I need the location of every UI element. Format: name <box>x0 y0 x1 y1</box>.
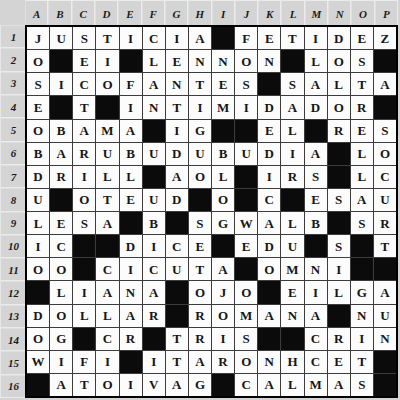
cell-I9[interactable]: G <box>212 212 234 234</box>
cell-A8[interactable]: U <box>27 189 49 211</box>
cell-H13[interactable]: R <box>189 305 211 327</box>
cell-P12[interactable]: A <box>374 281 396 303</box>
cell-M15[interactable]: C <box>305 351 327 373</box>
cell-B4 <box>50 96 72 118</box>
cell-G9 <box>166 212 188 234</box>
cell-G2[interactable]: E <box>166 50 188 72</box>
cell-K13[interactable]: A <box>258 305 280 327</box>
cell-O13[interactable]: N <box>351 305 373 327</box>
column-labels: ABCDEFGHIJKLMNOP <box>25 0 398 26</box>
cell-E12[interactable]: N <box>120 281 142 303</box>
cell-C1[interactable]: S <box>73 27 95 49</box>
cell-I16 <box>212 374 234 396</box>
cell-H15[interactable]: A <box>189 351 211 373</box>
column-label-H: H <box>188 1 211 26</box>
cell-H10[interactable]: E <box>189 235 211 257</box>
cell-I15[interactable]: R <box>212 351 234 373</box>
cell-B16[interactable]: A <box>50 374 72 396</box>
cell-O12[interactable]: G <box>351 281 373 303</box>
cell-O15[interactable]: T <box>351 351 373 373</box>
cell-B8 <box>50 189 72 211</box>
cell-P11 <box>374 258 396 280</box>
column-label-L: L <box>281 1 304 26</box>
cell-J9[interactable]: W <box>235 212 257 234</box>
cell-G6[interactable]: D <box>166 143 188 165</box>
cell-M14[interactable]: C <box>305 328 327 350</box>
cell-P15 <box>374 351 396 373</box>
cell-O2[interactable]: S <box>351 50 373 72</box>
cell-I2[interactable]: N <box>212 50 234 72</box>
cell-F2[interactable]: L <box>143 50 165 72</box>
cell-E7[interactable]: L <box>120 166 142 188</box>
cell-H16[interactable]: G <box>189 374 211 396</box>
cell-K8[interactable]: C <box>258 189 280 211</box>
cell-M13[interactable]: A <box>305 305 327 327</box>
column-label-I: I <box>212 1 235 26</box>
cell-B14[interactable]: G <box>50 328 72 350</box>
cell-E14[interactable]: R <box>120 328 142 350</box>
cell-A16 <box>27 374 49 396</box>
cell-G11[interactable]: U <box>166 258 188 280</box>
column-label-J: J <box>235 1 258 26</box>
cell-M2[interactable]: L <box>305 50 327 72</box>
cell-B9[interactable]: E <box>50 212 72 234</box>
cell-F14 <box>143 328 165 350</box>
column-label-M: M <box>305 1 328 26</box>
cell-M12[interactable]: I <box>305 281 327 303</box>
cell-F1[interactable]: C <box>143 27 165 49</box>
cell-M9[interactable]: B <box>305 212 327 234</box>
cell-A1[interactable]: J <box>27 27 49 49</box>
cell-F13[interactable]: R <box>143 305 165 327</box>
cell-E16[interactable]: I <box>120 374 142 396</box>
cell-L2 <box>281 50 303 72</box>
cell-D4 <box>96 96 118 118</box>
cell-L11[interactable]: M <box>281 258 303 280</box>
cell-F7 <box>143 166 165 188</box>
cell-K16[interactable]: A <box>258 374 280 396</box>
cell-L6[interactable]: I <box>281 143 303 165</box>
cell-M7[interactable]: S <box>305 166 327 188</box>
cell-O5[interactable]: E <box>351 120 373 142</box>
cell-O6[interactable]: L <box>351 143 373 165</box>
cell-L3[interactable]: S <box>281 73 303 95</box>
cell-A15[interactable]: W <box>27 351 49 373</box>
cell-I4[interactable]: M <box>212 96 234 118</box>
cell-H5[interactable]: G <box>189 120 211 142</box>
cell-J14[interactable]: S <box>235 328 257 350</box>
cell-F15[interactable]: I <box>143 351 165 373</box>
cell-E15 <box>120 351 142 373</box>
cell-B10[interactable]: C <box>50 235 72 257</box>
cell-D12[interactable]: A <box>96 281 118 303</box>
cell-B2 <box>50 50 72 72</box>
cell-J15[interactable]: O <box>235 351 257 373</box>
cell-I12[interactable]: J <box>212 281 234 303</box>
cell-C10 <box>73 235 95 257</box>
cell-A11[interactable]: O <box>27 258 49 280</box>
cell-H9[interactable]: S <box>189 212 211 234</box>
cell-N2[interactable]: O <box>328 50 350 72</box>
column-label-F: F <box>142 1 165 26</box>
cell-N12[interactable]: L <box>328 281 350 303</box>
cell-D9[interactable]: A <box>96 212 118 234</box>
crossword-page: ABCDEFGHIJKLMNOP 12345678910111213141516… <box>0 0 400 400</box>
column-label-G: G <box>165 1 188 26</box>
cell-H11[interactable]: T <box>189 258 211 280</box>
cell-F5 <box>143 120 165 142</box>
cell-K2[interactable]: N <box>258 50 280 72</box>
cell-C5[interactable]: A <box>73 120 95 142</box>
cell-K14 <box>258 328 280 350</box>
cell-L13[interactable]: N <box>281 305 303 327</box>
cell-B5[interactable]: B <box>50 120 72 142</box>
cell-P16 <box>374 374 396 396</box>
column-label-E: E <box>118 1 141 26</box>
cell-N11[interactable]: I <box>328 258 350 280</box>
cell-G12 <box>166 281 188 303</box>
cell-N16[interactable]: A <box>328 374 350 396</box>
cell-J13[interactable]: M <box>235 305 257 327</box>
cell-M4[interactable]: D <box>305 96 327 118</box>
cell-J3[interactable]: S <box>235 73 257 95</box>
cell-H6[interactable]: U <box>189 143 211 165</box>
row-label-7: 7 <box>1 165 26 188</box>
cell-G3[interactable]: N <box>166 73 188 95</box>
cell-D2[interactable]: I <box>96 50 118 72</box>
row-label-12: 12 <box>1 281 26 304</box>
cell-L5[interactable]: L <box>281 120 303 142</box>
cell-K9[interactable]: A <box>258 212 280 234</box>
cell-A13[interactable]: D <box>27 305 49 327</box>
cell-I10 <box>212 235 234 257</box>
cell-N6 <box>328 143 350 165</box>
cell-F11[interactable]: C <box>143 258 165 280</box>
cell-O11 <box>351 258 373 280</box>
row-labels: 12345678910111213141516 <box>0 25 26 398</box>
cell-D8[interactable]: T <box>96 189 118 211</box>
cell-P6[interactable]: O <box>374 143 396 165</box>
row-label-8: 8 <box>1 188 26 211</box>
cell-B7[interactable]: R <box>50 166 72 188</box>
cell-L15[interactable]: H <box>281 351 303 373</box>
cell-N5[interactable]: R <box>328 120 350 142</box>
cell-J2[interactable]: O <box>235 50 257 72</box>
cell-J6[interactable]: U <box>235 143 257 165</box>
cell-C2[interactable]: E <box>73 50 95 72</box>
cell-F10[interactable]: I <box>143 235 165 257</box>
row-label-6: 6 <box>1 142 26 165</box>
cell-O7[interactable]: L <box>351 166 373 188</box>
cell-C4[interactable]: T <box>73 96 95 118</box>
column-label-K: K <box>258 1 281 26</box>
cell-E4[interactable]: I <box>120 96 142 118</box>
cell-L4[interactable]: A <box>281 96 303 118</box>
cell-B11[interactable]: O <box>50 258 72 280</box>
cell-L16[interactable]: L <box>281 374 303 396</box>
cell-L12[interactable]: E <box>281 281 303 303</box>
cell-B6[interactable]: A <box>50 143 72 165</box>
cell-A12 <box>27 281 49 303</box>
cell-N1[interactable]: D <box>328 27 350 49</box>
cell-M6[interactable]: A <box>305 143 327 165</box>
cell-I8[interactable]: O <box>212 189 234 211</box>
cell-P9[interactable]: R <box>374 212 396 234</box>
cell-N9 <box>328 212 350 234</box>
column-label-N: N <box>328 1 351 26</box>
cell-P8[interactable]: U <box>374 189 396 211</box>
cell-C8[interactable]: O <box>73 189 95 211</box>
cell-M11[interactable]: N <box>305 258 327 280</box>
cell-E5[interactable]: A <box>120 120 142 142</box>
cell-J16[interactable]: C <box>235 374 257 396</box>
cell-G15[interactable]: T <box>166 351 188 373</box>
row-label-3: 3 <box>1 72 26 95</box>
cell-I11[interactable]: A <box>212 258 234 280</box>
cell-D15[interactable]: I <box>96 351 118 373</box>
cell-P2 <box>374 50 396 72</box>
cell-A10[interactable]: I <box>27 235 49 257</box>
cell-F4[interactable]: N <box>143 96 165 118</box>
cell-H4[interactable]: I <box>189 96 211 118</box>
cell-C6[interactable]: R <box>73 143 95 165</box>
cell-I13[interactable]: O <box>212 305 234 327</box>
cell-N14[interactable]: R <box>328 328 350 350</box>
cell-P10[interactable]: T <box>374 235 396 257</box>
cell-P5[interactable]: S <box>374 120 396 142</box>
cell-G10[interactable]: C <box>166 235 188 257</box>
cell-P4 <box>374 96 396 118</box>
cell-I7[interactable]: L <box>212 166 234 188</box>
cell-I3[interactable]: E <box>212 73 234 95</box>
cell-D14[interactable]: C <box>96 328 118 350</box>
cell-J1[interactable]: F <box>235 27 257 49</box>
cell-K10[interactable]: D <box>258 235 280 257</box>
row-label-11: 11 <box>1 258 26 281</box>
row-label-5: 5 <box>1 118 26 141</box>
cell-G13 <box>166 305 188 327</box>
cell-K6[interactable]: D <box>258 143 280 165</box>
cell-O10 <box>351 235 373 257</box>
cell-D1[interactable]: T <box>96 27 118 49</box>
row-label-9: 9 <box>1 212 26 235</box>
row-label-2: 2 <box>1 48 26 71</box>
cell-A14[interactable]: O <box>27 328 49 350</box>
cell-C15[interactable]: F <box>73 351 95 373</box>
cell-L14 <box>281 328 303 350</box>
cell-D13[interactable]: L <box>96 305 118 327</box>
cell-I5 <box>212 120 234 142</box>
cell-C3[interactable]: C <box>73 73 95 95</box>
cell-K11[interactable]: O <box>258 258 280 280</box>
cell-F8[interactable]: U <box>143 189 165 211</box>
cell-B1[interactable]: U <box>50 27 72 49</box>
cell-O9[interactable]: S <box>351 212 373 234</box>
cell-O8[interactable]: A <box>351 189 373 211</box>
cell-L9[interactable]: L <box>281 212 303 234</box>
cell-J11 <box>235 258 257 280</box>
cell-B12[interactable]: L <box>50 281 72 303</box>
column-label-B: B <box>48 1 71 26</box>
cell-P7[interactable]: C <box>374 166 396 188</box>
cell-O16[interactable]: S <box>351 374 373 396</box>
cell-M8[interactable]: E <box>305 189 327 211</box>
cell-E8[interactable]: E <box>120 189 142 211</box>
cell-K3 <box>258 73 280 95</box>
cell-A3[interactable]: S <box>27 73 49 95</box>
cell-M5 <box>305 120 327 142</box>
cell-C16[interactable]: T <box>73 374 95 396</box>
cell-J5 <box>235 120 257 142</box>
cell-A7[interactable]: D <box>27 166 49 188</box>
cell-D10 <box>96 235 118 257</box>
cell-D3[interactable]: O <box>96 73 118 95</box>
cell-F3[interactable]: A <box>143 73 165 95</box>
cell-F6[interactable]: U <box>143 143 165 165</box>
cell-D11[interactable]: C <box>96 258 118 280</box>
cell-I6[interactable]: B <box>212 143 234 165</box>
cell-K5[interactable]: E <box>258 120 280 142</box>
cell-C14 <box>73 328 95 350</box>
cell-H14[interactable]: R <box>189 328 211 350</box>
cell-O14[interactable]: I <box>351 328 373 350</box>
cell-C12[interactable]: I <box>73 281 95 303</box>
cell-G7[interactable]: A <box>166 166 188 188</box>
cell-P3[interactable]: A <box>374 73 396 95</box>
row-label-13: 13 <box>1 305 26 328</box>
cell-N15[interactable]: E <box>328 351 350 373</box>
cell-C13[interactable]: L <box>73 305 95 327</box>
cell-C11 <box>73 258 95 280</box>
row-label-16: 16 <box>1 375 26 398</box>
cell-O4[interactable]: R <box>351 96 373 118</box>
cell-N7 <box>328 166 350 188</box>
column-label-O: O <box>351 1 374 26</box>
column-label-A: A <box>25 1 48 26</box>
cell-M16[interactable]: M <box>305 374 327 396</box>
cell-G4[interactable]: T <box>166 96 188 118</box>
cell-J12[interactable]: O <box>235 281 257 303</box>
column-label-D: D <box>95 1 118 26</box>
cell-H12[interactable]: O <box>189 281 211 303</box>
crossword-board: JUSTICIAFETIDEZOEILENNONLOSSICOFANTESSAL… <box>25 25 398 398</box>
cell-G14[interactable]: T <box>166 328 188 350</box>
cell-N8[interactable]: S <box>328 189 350 211</box>
column-label-P: P <box>375 1 398 26</box>
cell-J4[interactable]: I <box>235 96 257 118</box>
cell-A4[interactable]: E <box>27 96 49 118</box>
cell-B3[interactable]: I <box>50 73 72 95</box>
cell-E3[interactable]: F <box>120 73 142 95</box>
cell-J8 <box>235 189 257 211</box>
cell-D5[interactable]: M <box>96 120 118 142</box>
cell-H7[interactable]: O <box>189 166 211 188</box>
row-label-1: 1 <box>1 25 26 48</box>
cell-I14[interactable]: I <box>212 328 234 350</box>
cell-P1[interactable]: Z <box>374 27 396 49</box>
cell-I1 <box>212 27 234 49</box>
cell-F9[interactable]: B <box>143 212 165 234</box>
cell-K7[interactable]: I <box>258 166 280 188</box>
cell-P14[interactable]: N <box>374 328 396 350</box>
cell-D6[interactable]: U <box>96 143 118 165</box>
cell-E1[interactable]: I <box>120 27 142 49</box>
cell-M1[interactable]: I <box>305 27 327 49</box>
cell-G8[interactable]: D <box>166 189 188 211</box>
cell-N13 <box>328 305 350 327</box>
cell-E10[interactable]: D <box>120 235 142 257</box>
cell-E6[interactable]: B <box>120 143 142 165</box>
row-label-14: 14 <box>1 328 26 351</box>
cell-A5[interactable]: O <box>27 120 49 142</box>
cell-N4[interactable]: O <box>328 96 350 118</box>
cell-L7[interactable]: R <box>281 166 303 188</box>
cell-C9[interactable]: S <box>73 212 95 234</box>
cell-E9 <box>120 212 142 234</box>
cell-A2[interactable]: O <box>27 50 49 72</box>
cell-J7 <box>235 166 257 188</box>
cell-B15[interactable]: I <box>50 351 72 373</box>
cell-D7[interactable]: L <box>96 166 118 188</box>
cell-E11[interactable]: I <box>120 258 142 280</box>
column-label-C: C <box>72 1 95 26</box>
cell-M3[interactable]: A <box>305 73 327 95</box>
cell-M10 <box>305 235 327 257</box>
cell-C7[interactable]: I <box>73 166 95 188</box>
cell-K1[interactable]: E <box>258 27 280 49</box>
cell-E13[interactable]: A <box>120 305 142 327</box>
cell-H2[interactable]: N <box>189 50 211 72</box>
cell-E2 <box>120 50 142 72</box>
cell-F12[interactable]: A <box>143 281 165 303</box>
cell-K4[interactable]: D <box>258 96 280 118</box>
cell-K12 <box>258 281 280 303</box>
cell-N3[interactable]: L <box>328 73 350 95</box>
cell-H8 <box>189 189 211 211</box>
cell-P13[interactable]: U <box>374 305 396 327</box>
cell-G5[interactable]: I <box>166 120 188 142</box>
cell-J10[interactable]: E <box>235 235 257 257</box>
cell-B13[interactable]: O <box>50 305 72 327</box>
cell-L10[interactable]: U <box>281 235 303 257</box>
row-label-10: 10 <box>1 235 26 258</box>
cell-H1[interactable]: A <box>189 27 211 49</box>
cell-O3[interactable]: T <box>351 73 373 95</box>
cell-G16[interactable]: A <box>166 374 188 396</box>
cell-L8 <box>281 189 303 211</box>
cell-H3[interactable]: T <box>189 73 211 95</box>
cell-F16[interactable]: V <box>143 374 165 396</box>
cell-L1[interactable]: T <box>281 27 303 49</box>
row-label-4: 4 <box>1 95 26 118</box>
cell-K15[interactable]: N <box>258 351 280 373</box>
cell-G1[interactable]: I <box>166 27 188 49</box>
cell-A9[interactable]: L <box>27 212 49 234</box>
row-label-15: 15 <box>1 351 26 374</box>
cell-O1[interactable]: E <box>351 27 373 49</box>
cell-N10[interactable]: S <box>328 235 350 257</box>
cell-A6[interactable]: B <box>27 143 49 165</box>
cell-D16[interactable]: O <box>96 374 118 396</box>
